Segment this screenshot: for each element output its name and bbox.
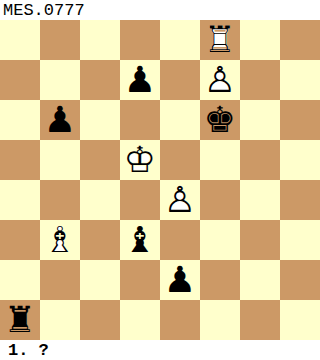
square-g7[interactable]	[240, 60, 280, 100]
square-a7[interactable]	[0, 60, 40, 100]
square-f3[interactable]	[200, 220, 240, 260]
square-h1[interactable]	[280, 300, 320, 340]
square-b3[interactable]: ♝♗	[40, 220, 80, 260]
square-h8[interactable]	[280, 20, 320, 60]
white-king-glyph: ♔	[120, 140, 160, 180]
square-a2[interactable]	[0, 260, 40, 300]
piece-black-pawn[interactable]: ♟	[40, 100, 80, 140]
square-f2[interactable]	[200, 260, 240, 300]
square-a8[interactable]	[0, 20, 40, 60]
square-e1[interactable]	[160, 300, 200, 340]
piece-white-pawn[interactable]: ♟♙	[160, 180, 200, 220]
square-b2[interactable]	[40, 260, 80, 300]
square-b8[interactable]	[40, 20, 80, 60]
piece-white-rook[interactable]: ♜♖	[200, 20, 240, 60]
square-h4[interactable]	[280, 180, 320, 220]
square-f6[interactable]: ♚	[200, 100, 240, 140]
square-c8[interactable]	[80, 20, 120, 60]
white-bishop-glyph: ♗	[40, 220, 80, 260]
square-a3[interactable]	[0, 220, 40, 260]
square-g2[interactable]	[240, 260, 280, 300]
square-h5[interactable]	[280, 140, 320, 180]
square-c7[interactable]	[80, 60, 120, 100]
square-d1[interactable]	[120, 300, 160, 340]
diagram-title: MES.0777	[0, 0, 320, 20]
square-a4[interactable]	[0, 180, 40, 220]
square-c6[interactable]	[80, 100, 120, 140]
square-c5[interactable]	[80, 140, 120, 180]
square-d5[interactable]: ♚♔	[120, 140, 160, 180]
square-g1[interactable]	[240, 300, 280, 340]
square-d4[interactable]	[120, 180, 160, 220]
square-b1[interactable]	[40, 300, 80, 340]
white-pawn-glyph: ♙	[200, 60, 240, 100]
square-f7[interactable]: ♟♙	[200, 60, 240, 100]
square-b7[interactable]	[40, 60, 80, 100]
white-rook-glyph: ♖	[200, 20, 240, 60]
square-f8[interactable]: ♜♖	[200, 20, 240, 60]
move-prompt: 1. ?	[0, 340, 320, 360]
piece-white-bishop[interactable]: ♝♗	[40, 220, 80, 260]
square-g8[interactable]	[240, 20, 280, 60]
square-c4[interactable]	[80, 180, 120, 220]
square-e8[interactable]	[160, 20, 200, 60]
square-h6[interactable]	[280, 100, 320, 140]
square-c3[interactable]	[80, 220, 120, 260]
chess-board: ♜♖♟♟♙♟♚♚♔♟♙♝♗♝♟♜	[0, 20, 320, 340]
square-g4[interactable]	[240, 180, 280, 220]
square-g6[interactable]	[240, 100, 280, 140]
square-e6[interactable]	[160, 100, 200, 140]
square-d3[interactable]: ♝	[120, 220, 160, 260]
square-g5[interactable]	[240, 140, 280, 180]
square-b6[interactable]: ♟	[40, 100, 80, 140]
piece-white-king[interactable]: ♚♔	[120, 140, 160, 180]
piece-black-rook[interactable]: ♜	[0, 300, 40, 340]
square-h2[interactable]	[280, 260, 320, 300]
square-d8[interactable]	[120, 20, 160, 60]
square-e7[interactable]	[160, 60, 200, 100]
square-f5[interactable]	[200, 140, 240, 180]
square-c1[interactable]	[80, 300, 120, 340]
square-d7[interactable]: ♟	[120, 60, 160, 100]
piece-black-king[interactable]: ♚	[200, 100, 240, 140]
square-e2[interactable]: ♟	[160, 260, 200, 300]
square-d2[interactable]	[120, 260, 160, 300]
white-pawn-glyph: ♙	[160, 180, 200, 220]
square-e3[interactable]	[160, 220, 200, 260]
square-d6[interactable]	[120, 100, 160, 140]
square-b4[interactable]	[40, 180, 80, 220]
square-f4[interactable]	[200, 180, 240, 220]
piece-black-bishop[interactable]: ♝	[120, 220, 160, 260]
square-b5[interactable]	[40, 140, 80, 180]
square-a6[interactable]	[0, 100, 40, 140]
piece-black-pawn[interactable]: ♟	[160, 260, 200, 300]
chess-diagram: MES.0777 ♜♖♟♟♙♟♚♚♔♟♙♝♗♝♟♜ 1. ?	[0, 0, 320, 360]
square-h3[interactable]	[280, 220, 320, 260]
piece-black-pawn[interactable]: ♟	[120, 60, 160, 100]
square-a1[interactable]: ♜	[0, 300, 40, 340]
piece-white-pawn[interactable]: ♟♙	[200, 60, 240, 100]
square-h7[interactable]	[280, 60, 320, 100]
square-e5[interactable]	[160, 140, 200, 180]
square-g3[interactable]	[240, 220, 280, 260]
square-f1[interactable]	[200, 300, 240, 340]
square-e4[interactable]: ♟♙	[160, 180, 200, 220]
square-c2[interactable]	[80, 260, 120, 300]
square-a5[interactable]	[0, 140, 40, 180]
